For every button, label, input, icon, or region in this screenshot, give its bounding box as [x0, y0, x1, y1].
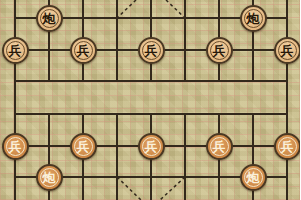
- piece-glyph: 炮: [43, 171, 56, 184]
- piece-glyph: 兵: [9, 44, 22, 57]
- piece-glyph: 炮: [247, 171, 260, 184]
- piece-top-cannon-file1[interactable]: 炮: [36, 5, 63, 32]
- piece-glyph: 兵: [281, 140, 294, 153]
- piece-bottom-cannon-file1[interactable]: 炮: [36, 164, 63, 191]
- piece-glyph: 兵: [9, 140, 22, 153]
- piece-bottom-soldier-file0[interactable]: 兵: [2, 133, 29, 160]
- piece-glyph: 兵: [213, 140, 226, 153]
- piece-glyph: 兵: [281, 44, 294, 57]
- piece-bottom-cannon-file7[interactable]: 炮: [240, 164, 267, 191]
- piece-bottom-soldier-file6[interactable]: 兵: [206, 133, 233, 160]
- piece-glyph: 炮: [247, 12, 260, 25]
- xiangqi-board: 炮炮兵兵兵兵兵兵兵兵兵兵炮炮: [0, 0, 300, 200]
- piece-top-soldier-file2[interactable]: 兵: [70, 37, 97, 64]
- piece-top-soldier-file8[interactable]: 兵: [274, 37, 301, 64]
- piece-top-soldier-file0[interactable]: 兵: [2, 37, 29, 64]
- piece-bottom-soldier-file8[interactable]: 兵: [274, 133, 301, 160]
- piece-glyph: 兵: [77, 44, 90, 57]
- piece-glyph: 兵: [145, 140, 158, 153]
- piece-glyph: 兵: [77, 140, 90, 153]
- piece-glyph: 炮: [43, 12, 56, 25]
- piece-top-soldier-file4[interactable]: 兵: [138, 37, 165, 64]
- piece-glyph: 兵: [145, 44, 158, 57]
- piece-bottom-soldier-file4[interactable]: 兵: [138, 133, 165, 160]
- piece-top-cannon-file7[interactable]: 炮: [240, 5, 267, 32]
- piece-bottom-soldier-file2[interactable]: 兵: [70, 133, 97, 160]
- piece-top-soldier-file6[interactable]: 兵: [206, 37, 233, 64]
- piece-glyph: 兵: [213, 44, 226, 57]
